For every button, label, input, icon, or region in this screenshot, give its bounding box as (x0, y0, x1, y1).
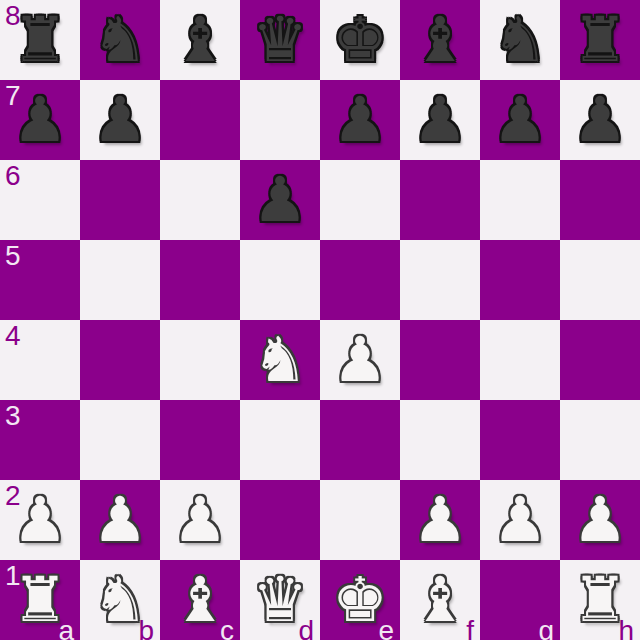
square-a7[interactable]: 7♟ (0, 80, 80, 160)
black-knight[interactable]: ♞ (80, 0, 160, 80)
square-f6[interactable] (400, 160, 480, 240)
square-f5[interactable] (400, 240, 480, 320)
square-b1[interactable]: b♞ (80, 560, 160, 640)
square-b5[interactable] (80, 240, 160, 320)
black-knight[interactable]: ♞ (480, 0, 560, 80)
rank-label: 4 (5, 322, 21, 350)
white-pawn[interactable]: ♟ (80, 480, 160, 560)
black-rook[interactable]: ♜ (0, 0, 80, 80)
square-e4[interactable]: ♟ (320, 320, 400, 400)
square-a5[interactable]: 5 (0, 240, 80, 320)
square-a6[interactable]: 6 (0, 160, 80, 240)
black-queen[interactable]: ♛ (240, 0, 320, 80)
square-b8[interactable]: ♞ (80, 0, 160, 80)
rank-label: 5 (5, 242, 21, 270)
square-c3[interactable] (160, 400, 240, 480)
white-bishop[interactable]: ♝ (400, 560, 480, 640)
white-rook[interactable]: ♜ (560, 560, 640, 640)
square-f2[interactable]: ♟ (400, 480, 480, 560)
square-h1[interactable]: h♜ (560, 560, 640, 640)
square-g1[interactable]: g (480, 560, 560, 640)
square-h7[interactable]: ♟ (560, 80, 640, 160)
square-d4[interactable]: ♞ (240, 320, 320, 400)
square-h5[interactable] (560, 240, 640, 320)
square-c7[interactable] (160, 80, 240, 160)
black-king[interactable]: ♚ (320, 0, 400, 80)
square-g7[interactable]: ♟ (480, 80, 560, 160)
square-f1[interactable]: f♝ (400, 560, 480, 640)
square-c2[interactable]: ♟ (160, 480, 240, 560)
square-f8[interactable]: ♝ (400, 0, 480, 80)
square-c6[interactable] (160, 160, 240, 240)
square-b6[interactable] (80, 160, 160, 240)
square-b3[interactable] (80, 400, 160, 480)
square-g5[interactable] (480, 240, 560, 320)
square-g3[interactable] (480, 400, 560, 480)
square-a4[interactable]: 4 (0, 320, 80, 400)
square-g2[interactable]: ♟ (480, 480, 560, 560)
square-a8[interactable]: 8♜ (0, 0, 80, 80)
rank-label: 6 (5, 162, 21, 190)
square-b2[interactable]: ♟ (80, 480, 160, 560)
square-h3[interactable] (560, 400, 640, 480)
square-g8[interactable]: ♞ (480, 0, 560, 80)
square-d7[interactable] (240, 80, 320, 160)
square-d5[interactable] (240, 240, 320, 320)
square-e7[interactable]: ♟ (320, 80, 400, 160)
black-bishop[interactable]: ♝ (160, 0, 240, 80)
white-pawn[interactable]: ♟ (0, 480, 80, 560)
square-b7[interactable]: ♟ (80, 80, 160, 160)
square-f4[interactable] (400, 320, 480, 400)
square-c4[interactable] (160, 320, 240, 400)
square-a1[interactable]: 1a♜ (0, 560, 80, 640)
square-a3[interactable]: 3 (0, 400, 80, 480)
black-pawn[interactable]: ♟ (480, 80, 560, 160)
white-knight[interactable]: ♞ (240, 320, 320, 400)
square-h8[interactable]: ♜ (560, 0, 640, 80)
square-b4[interactable] (80, 320, 160, 400)
square-h4[interactable] (560, 320, 640, 400)
white-pawn[interactable]: ♟ (320, 320, 400, 400)
square-d6[interactable]: ♟ (240, 160, 320, 240)
square-h2[interactable]: ♟ (560, 480, 640, 560)
black-pawn[interactable]: ♟ (0, 80, 80, 160)
white-pawn[interactable]: ♟ (400, 480, 480, 560)
black-bishop[interactable]: ♝ (400, 0, 480, 80)
white-king[interactable]: ♚ (320, 560, 400, 640)
square-a2[interactable]: 2♟ (0, 480, 80, 560)
square-e2[interactable] (320, 480, 400, 560)
black-pawn[interactable]: ♟ (560, 80, 640, 160)
white-rook[interactable]: ♜ (0, 560, 80, 640)
black-pawn[interactable]: ♟ (80, 80, 160, 160)
square-e3[interactable] (320, 400, 400, 480)
square-e6[interactable] (320, 160, 400, 240)
black-pawn[interactable]: ♟ (240, 160, 320, 240)
square-e8[interactable]: ♚ (320, 0, 400, 80)
square-e5[interactable] (320, 240, 400, 320)
white-bishop[interactable]: ♝ (160, 560, 240, 640)
square-g4[interactable] (480, 320, 560, 400)
rank-label: 3 (5, 402, 21, 430)
file-label: g (538, 617, 554, 640)
square-h6[interactable] (560, 160, 640, 240)
square-c5[interactable] (160, 240, 240, 320)
white-pawn[interactable]: ♟ (480, 480, 560, 560)
square-g6[interactable] (480, 160, 560, 240)
white-pawn[interactable]: ♟ (560, 480, 640, 560)
black-pawn[interactable]: ♟ (320, 80, 400, 160)
square-d1[interactable]: d♛ (240, 560, 320, 640)
chess-board: 8♜♞♝♛♚♝♞♜7♟♟♟♟♟♟6♟54♞♟32♟♟♟♟♟♟1a♜b♞c♝d♛e… (0, 0, 640, 640)
square-d8[interactable]: ♛ (240, 0, 320, 80)
white-knight[interactable]: ♞ (80, 560, 160, 640)
square-c8[interactable]: ♝ (160, 0, 240, 80)
white-pawn[interactable]: ♟ (160, 480, 240, 560)
black-rook[interactable]: ♜ (560, 0, 640, 80)
square-d3[interactable] (240, 400, 320, 480)
square-f3[interactable] (400, 400, 480, 480)
black-pawn[interactable]: ♟ (400, 80, 480, 160)
square-c1[interactable]: c♝ (160, 560, 240, 640)
square-d2[interactable] (240, 480, 320, 560)
square-f7[interactable]: ♟ (400, 80, 480, 160)
white-queen[interactable]: ♛ (240, 560, 320, 640)
square-e1[interactable]: e♚ (320, 560, 400, 640)
